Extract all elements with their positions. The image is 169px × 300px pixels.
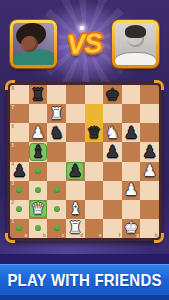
chess-board: 8♜♚7♜6♟♞♛♞♟5♝♟♟4♟♟♟3♟2♛♝1abcd♜efg♚h	[7, 82, 162, 241]
legal-move-dot	[16, 187, 22, 193]
square-g1[interactable]: g♚	[122, 219, 141, 238]
square-d6[interactable]	[66, 123, 85, 142]
square-g2[interactable]	[122, 200, 141, 219]
legal-move-dot	[35, 225, 41, 231]
square-h3[interactable]	[140, 181, 159, 200]
file-label: a	[25, 233, 28, 238]
piece-black-knight: ♞	[47, 123, 66, 142]
square-h7[interactable]	[140, 104, 159, 123]
square-e8[interactable]	[85, 85, 104, 104]
legal-move-dot	[35, 168, 41, 174]
square-h4[interactable]: ♟	[140, 162, 159, 181]
square-b1[interactable]: b	[29, 219, 48, 238]
rank-label: 2	[12, 200, 15, 205]
piece-black-pawn: ♟	[140, 142, 159, 161]
square-f8[interactable]: ♚	[103, 85, 122, 104]
app-screen: VS 8♜♚7♜6♟♞♛♞♟5♝♟♟4♟♟♟3♟2♛♝1abcd♜efg♚h P…	[0, 0, 169, 300]
square-b8[interactable]: ♜	[29, 85, 48, 104]
rank-label: 1	[12, 219, 15, 224]
piece-black-queen: ♛	[85, 123, 104, 142]
square-c3[interactable]	[47, 181, 66, 200]
rank-label: 6	[12, 124, 15, 129]
square-g4[interactable]	[122, 162, 141, 181]
play-with-friends-label: PLAY WITH FRIENDS	[7, 271, 161, 289]
square-f6[interactable]: ♞	[103, 123, 122, 142]
square-e5[interactable]	[85, 142, 104, 161]
square-f3[interactable]	[103, 181, 122, 200]
legal-move-dot	[54, 225, 60, 231]
piece-white-pawn: ♟	[29, 123, 48, 142]
square-c1[interactable]: c	[47, 219, 66, 238]
piece-white-queen: ♛	[29, 200, 48, 219]
piece-white-rook: ♜	[66, 219, 85, 238]
piece-black-pawn: ♟	[10, 162, 29, 181]
legal-move-dot	[16, 225, 22, 231]
square-f2[interactable]	[103, 200, 122, 219]
rank-label: 5	[12, 143, 15, 148]
square-c5[interactable]	[47, 142, 66, 161]
file-label: c	[62, 233, 65, 238]
square-a5[interactable]: 5	[10, 142, 29, 161]
square-f7[interactable]	[103, 104, 122, 123]
piece-black-pawn: ♟	[122, 123, 141, 142]
legal-move-dot	[54, 187, 60, 193]
piece-white-pawn: ♟	[140, 162, 159, 181]
square-h2[interactable]	[140, 200, 159, 219]
square-d7[interactable]	[66, 104, 85, 123]
board-grid: 8♜♚7♜6♟♞♛♞♟5♝♟♟4♟♟♟3♟2♛♝1abcd♜efg♚h	[10, 85, 159, 238]
square-d4[interactable]: ♟	[66, 162, 85, 181]
square-c6[interactable]: ♞	[47, 123, 66, 142]
board-corner-bracket-bottom-right	[154, 233, 164, 243]
board-corner-bracket-top-left	[5, 80, 15, 90]
square-a6[interactable]: 6	[10, 123, 29, 142]
piece-black-bishop: ♝	[29, 142, 48, 161]
square-g7[interactable]	[122, 104, 141, 123]
square-g3[interactable]: ♟	[122, 181, 141, 200]
file-label: e	[99, 233, 102, 238]
square-g6[interactable]: ♟	[122, 123, 141, 142]
legal-move-dot	[54, 206, 60, 212]
piece-black-pawn: ♟	[66, 162, 85, 181]
right-avatar-shirt	[115, 53, 156, 65]
square-f1[interactable]: f	[103, 219, 122, 238]
square-d5[interactable]	[66, 142, 85, 161]
square-c4[interactable]	[47, 162, 66, 181]
square-e4[interactable]	[85, 162, 104, 181]
piece-black-pawn: ♟	[103, 142, 122, 161]
rank-label: 3	[12, 181, 15, 186]
square-c7[interactable]: ♜	[47, 104, 66, 123]
square-d1[interactable]: d♜	[66, 219, 85, 238]
square-a4[interactable]: 4♟	[10, 162, 29, 181]
square-e1[interactable]: e	[85, 219, 104, 238]
square-d8[interactable]	[66, 85, 85, 104]
right-avatar-hair	[125, 25, 146, 38]
square-e7[interactable]	[85, 104, 104, 123]
square-b4[interactable]	[29, 162, 48, 181]
legal-move-dot	[16, 206, 22, 212]
square-a2[interactable]: 2	[10, 200, 29, 219]
square-e3[interactable]	[85, 181, 104, 200]
square-g5[interactable]	[122, 142, 141, 161]
file-label: b	[43, 233, 46, 238]
square-d3[interactable]	[66, 181, 85, 200]
square-a3[interactable]: 3	[10, 181, 29, 200]
square-b2[interactable]: ♛	[29, 200, 48, 219]
square-c2[interactable]	[47, 200, 66, 219]
square-d2[interactable]: ♝	[66, 200, 85, 219]
file-label: f	[119, 233, 121, 238]
piece-white-pawn: ♟	[122, 181, 141, 200]
square-h5[interactable]: ♟	[140, 142, 159, 161]
right-avatar-photo	[115, 23, 156, 65]
square-b6[interactable]: ♟	[29, 123, 48, 142]
square-f4[interactable]	[103, 162, 122, 181]
right-player-avatar[interactable]	[112, 20, 159, 68]
square-e2[interactable]	[85, 200, 104, 219]
square-h6[interactable]	[140, 123, 159, 142]
square-c8[interactable]	[47, 85, 66, 104]
board-corner-bracket-bottom-left	[5, 233, 15, 243]
square-b7[interactable]	[29, 104, 48, 123]
square-b5[interactable]: ♝	[29, 142, 48, 161]
square-g8[interactable]	[122, 85, 141, 104]
square-a7[interactable]: 7	[10, 104, 29, 123]
piece-white-bishop: ♝	[66, 200, 85, 219]
piece-black-rook: ♜	[29, 85, 48, 104]
piece-black-king: ♚	[103, 85, 122, 104]
rank-label: 7	[12, 105, 15, 110]
piece-white-king: ♚	[122, 219, 141, 238]
square-f5[interactable]: ♟	[103, 142, 122, 161]
piece-white-knight: ♞	[103, 123, 122, 142]
square-e6[interactable]: ♛	[85, 123, 104, 142]
piece-white-rook: ♜	[47, 104, 66, 123]
board-corner-bracket-top-right	[154, 80, 164, 90]
play-with-friends-button[interactable]: PLAY WITH FRIENDS	[0, 264, 169, 300]
legal-move-dot	[35, 187, 41, 193]
square-b3[interactable]	[29, 181, 48, 200]
